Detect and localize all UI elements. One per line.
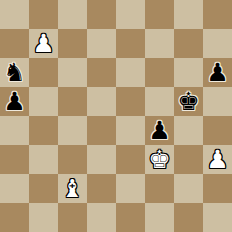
white-pawn-icon[interactable]: ♟ xyxy=(206,145,228,174)
square-b2[interactable] xyxy=(29,174,58,203)
square-a5[interactable]: ♟ xyxy=(0,87,29,116)
square-b6[interactable] xyxy=(29,58,58,87)
square-a8[interactable] xyxy=(0,0,29,29)
square-e8[interactable] xyxy=(116,0,145,29)
square-h8[interactable] xyxy=(203,0,232,29)
square-h6[interactable]: ♟ xyxy=(203,58,232,87)
square-g5[interactable]: ♚ xyxy=(174,87,203,116)
square-g7[interactable] xyxy=(174,29,203,58)
square-c5[interactable] xyxy=(58,87,87,116)
chess-board-window: ♟♞♟♟♚♟♚♟♝ xyxy=(0,0,232,232)
square-d3[interactable] xyxy=(87,145,116,174)
square-f3[interactable]: ♚ xyxy=(145,145,174,174)
square-h4[interactable] xyxy=(203,116,232,145)
square-b4[interactable] xyxy=(29,116,58,145)
white-bishop-icon[interactable]: ♝ xyxy=(61,174,83,203)
square-d4[interactable] xyxy=(87,116,116,145)
square-a7[interactable] xyxy=(0,29,29,58)
square-b7[interactable]: ♟ xyxy=(29,29,58,58)
square-g1[interactable] xyxy=(174,203,203,232)
square-c8[interactable] xyxy=(58,0,87,29)
square-f2[interactable] xyxy=(145,174,174,203)
black-pawn-icon[interactable]: ♟ xyxy=(3,87,25,116)
chess-board: ♟♞♟♟♚♟♚♟♝ xyxy=(0,0,232,232)
square-g4[interactable] xyxy=(174,116,203,145)
square-a6[interactable]: ♞ xyxy=(0,58,29,87)
square-e3[interactable] xyxy=(116,145,145,174)
square-a3[interactable] xyxy=(0,145,29,174)
square-c4[interactable] xyxy=(58,116,87,145)
square-a4[interactable] xyxy=(0,116,29,145)
white-pawn-icon[interactable]: ♟ xyxy=(32,29,54,58)
square-f7[interactable] xyxy=(145,29,174,58)
square-b1[interactable] xyxy=(29,203,58,232)
square-d2[interactable] xyxy=(87,174,116,203)
square-f6[interactable] xyxy=(145,58,174,87)
square-a2[interactable] xyxy=(0,174,29,203)
square-h7[interactable] xyxy=(203,29,232,58)
square-d6[interactable] xyxy=(87,58,116,87)
square-b3[interactable] xyxy=(29,145,58,174)
square-g3[interactable] xyxy=(174,145,203,174)
square-c3[interactable] xyxy=(58,145,87,174)
square-h1[interactable] xyxy=(203,203,232,232)
square-g6[interactable] xyxy=(174,58,203,87)
square-c7[interactable] xyxy=(58,29,87,58)
square-h2[interactable] xyxy=(203,174,232,203)
square-b5[interactable] xyxy=(29,87,58,116)
square-f4[interactable]: ♟ xyxy=(145,116,174,145)
square-b8[interactable] xyxy=(29,0,58,29)
square-e4[interactable] xyxy=(116,116,145,145)
black-pawn-icon[interactable]: ♟ xyxy=(148,116,170,145)
black-knight-icon[interactable]: ♞ xyxy=(3,58,25,87)
square-d7[interactable] xyxy=(87,29,116,58)
square-e6[interactable] xyxy=(116,58,145,87)
square-g8[interactable] xyxy=(174,0,203,29)
square-c6[interactable] xyxy=(58,58,87,87)
white-king-icon[interactable]: ♚ xyxy=(148,145,170,174)
square-h5[interactable] xyxy=(203,87,232,116)
square-d1[interactable] xyxy=(87,203,116,232)
square-h3[interactable]: ♟ xyxy=(203,145,232,174)
square-f5[interactable] xyxy=(145,87,174,116)
black-pawn-icon[interactable]: ♟ xyxy=(206,58,228,87)
square-e5[interactable] xyxy=(116,87,145,116)
square-c1[interactable] xyxy=(58,203,87,232)
square-f8[interactable] xyxy=(145,0,174,29)
square-d8[interactable] xyxy=(87,0,116,29)
square-a1[interactable] xyxy=(0,203,29,232)
square-f1[interactable] xyxy=(145,203,174,232)
square-g2[interactable] xyxy=(174,174,203,203)
square-c2[interactable]: ♝ xyxy=(58,174,87,203)
square-e2[interactable] xyxy=(116,174,145,203)
square-d5[interactable] xyxy=(87,87,116,116)
square-e7[interactable] xyxy=(116,29,145,58)
square-e1[interactable] xyxy=(116,203,145,232)
black-king-icon[interactable]: ♚ xyxy=(177,87,199,116)
